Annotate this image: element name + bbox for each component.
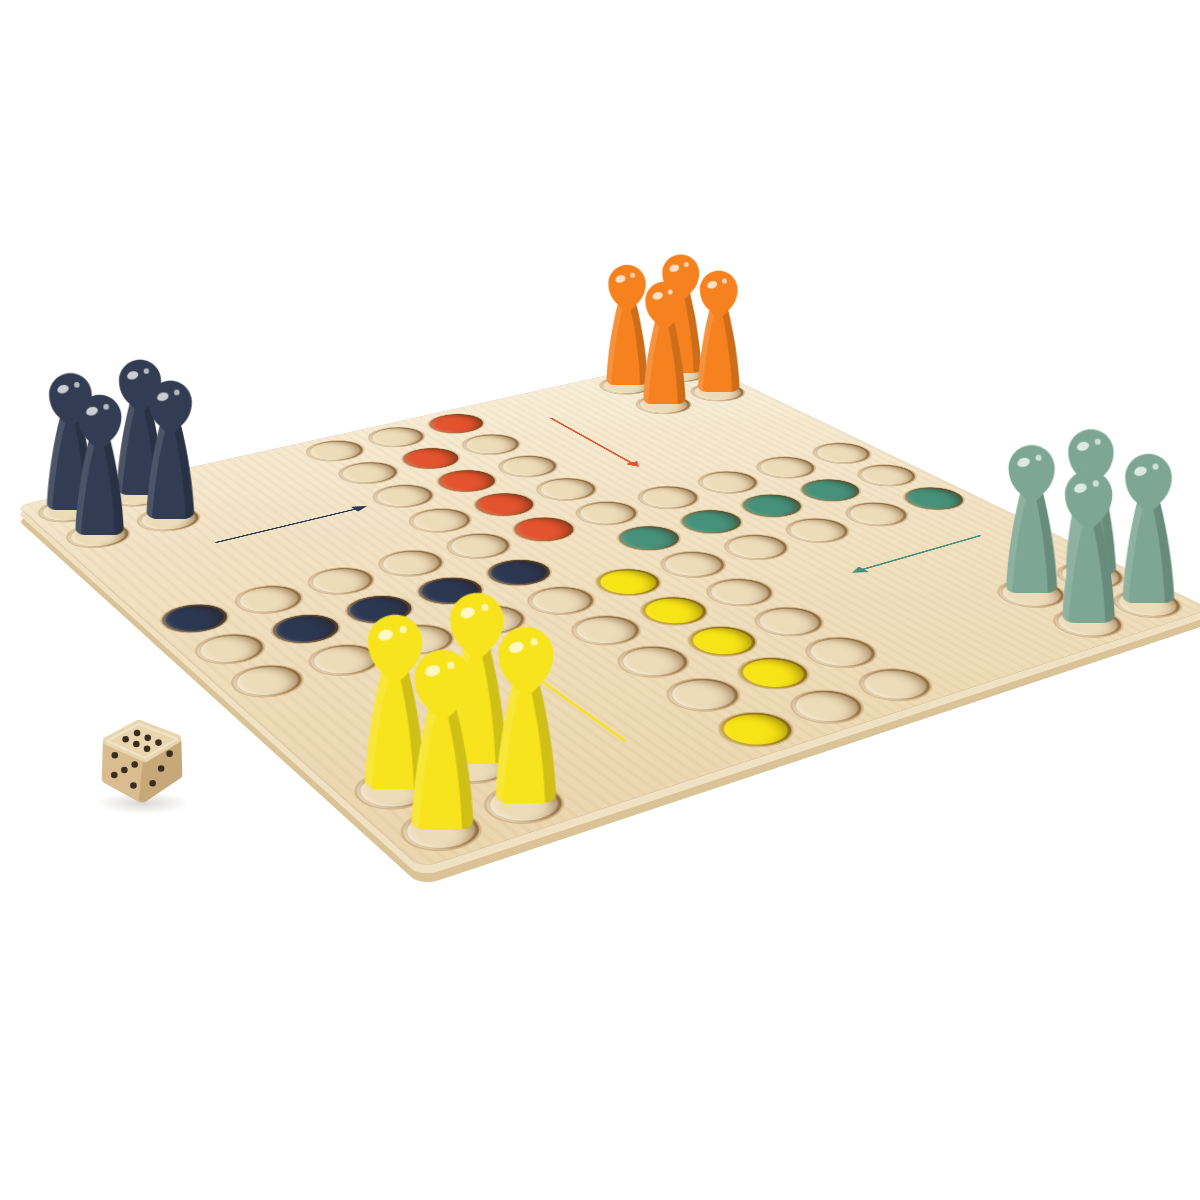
yellow-home-hole-r5c6[interactable] bbox=[585, 565, 671, 601]
pawn-orange-2[interactable] bbox=[690, 265, 748, 397]
pawn-teal-4[interactable] bbox=[1053, 463, 1125, 629]
pawn-orange-4[interactable] bbox=[635, 276, 693, 410]
hole-r3c6[interactable] bbox=[715, 531, 800, 565]
wooden-die[interactable] bbox=[88, 706, 194, 814]
board-scene bbox=[135, 105, 1035, 1005]
pawn-navy-2[interactable] bbox=[137, 374, 203, 525]
ludo-hole-grid bbox=[20, 358, 1200, 865]
pawn-navy-4[interactable] bbox=[66, 388, 133, 541]
pawn-yellow-4[interactable] bbox=[400, 642, 485, 838]
pawn-yellow-2[interactable] bbox=[484, 619, 568, 811]
ludo-board bbox=[17, 358, 1200, 868]
